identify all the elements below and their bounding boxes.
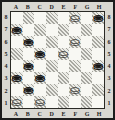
file-label-a: A — [10, 2, 22, 11]
square-e8[interactable] — [58, 12, 70, 24]
white-man[interactable]: ⛀ — [70, 12, 80, 24]
rank-label-2: 2 — [105, 85, 113, 97]
square-h8[interactable]: ⛂ — [92, 12, 104, 24]
file-label-e: E — [58, 109, 70, 118]
rank-label-7: 7 — [2, 23, 10, 35]
file-label-c: C — [34, 2, 46, 11]
black-man[interactable]: ⛂ — [35, 48, 45, 60]
rank-label-1: 1 — [2, 97, 10, 109]
white-man[interactable]: ⛀ — [70, 36, 80, 48]
square-g4[interactable] — [81, 60, 93, 72]
file-label-g: G — [81, 109, 93, 118]
square-a6[interactable] — [11, 36, 23, 48]
square-b6[interactable]: ⛂ — [23, 36, 35, 48]
rank-label-6: 6 — [105, 36, 113, 48]
square-f5[interactable] — [69, 48, 81, 60]
files-top: ABCDEFGH — [10, 2, 105, 11]
file-label-d: D — [46, 2, 58, 11]
square-a5[interactable] — [11, 48, 23, 60]
square-e5[interactable]: ⛀ — [58, 48, 70, 60]
square-f2[interactable]: ⛀ — [69, 84, 81, 96]
square-c5[interactable]: ⛂ — [34, 48, 46, 60]
square-g1[interactable] — [81, 96, 93, 108]
square-d2[interactable] — [46, 84, 58, 96]
black-man[interactable]: ⛂ — [35, 72, 45, 84]
square-a7[interactable]: ⛂ — [11, 24, 23, 36]
square-h2[interactable] — [92, 84, 104, 96]
square-f6[interactable]: ⛀ — [69, 36, 81, 48]
square-c3[interactable]: ⛂ — [34, 72, 46, 84]
rank-label-2: 2 — [2, 85, 10, 97]
white-man[interactable]: ⛀ — [12, 96, 22, 108]
square-g2[interactable] — [81, 84, 93, 96]
white-man[interactable]: ⛀ — [70, 84, 80, 96]
rank-label-5: 5 — [2, 48, 10, 60]
square-d5[interactable] — [46, 48, 58, 60]
square-h6[interactable] — [92, 36, 104, 48]
rank-label-5: 5 — [105, 48, 113, 60]
ranks-left: 87654321 — [2, 11, 10, 109]
square-g5[interactable] — [81, 48, 93, 60]
file-label-g: G — [81, 2, 93, 11]
file-label-f: F — [69, 109, 81, 118]
rank-label-1: 1 — [105, 97, 113, 109]
square-b1[interactable] — [23, 96, 35, 108]
rank-label-8: 8 — [105, 11, 113, 23]
file-label-d: D — [46, 109, 58, 118]
black-man[interactable]: ⛂ — [23, 36, 33, 48]
square-g3[interactable] — [81, 72, 93, 84]
square-e7[interactable] — [58, 24, 70, 36]
board: ⛀⛂⛂⛂⛀⛂⛀⛂⛂⛂⛂⛂⛀⛀⛀ — [10, 11, 105, 109]
rank-label-4: 4 — [105, 60, 113, 72]
files-bottom: ABCDEFGH — [10, 109, 105, 118]
file-label-b: B — [22, 109, 34, 118]
white-man[interactable]: ⛀ — [58, 48, 68, 60]
rank-label-6: 6 — [2, 36, 10, 48]
square-f8[interactable]: ⛀ — [69, 12, 81, 24]
square-h3[interactable] — [92, 72, 104, 84]
square-d3[interactable] — [46, 72, 58, 84]
rank-label-4: 4 — [2, 60, 10, 72]
black-man[interactable]: ⛂ — [23, 84, 33, 96]
square-b8[interactable] — [23, 12, 35, 24]
rank-label-3: 3 — [105, 72, 113, 84]
square-d8[interactable] — [46, 12, 58, 24]
corner-bottom-right — [105, 109, 113, 118]
square-a1[interactable]: ⛀ — [11, 96, 23, 108]
rank-label-7: 7 — [105, 23, 113, 35]
file-label-b: B — [22, 2, 34, 11]
square-g8[interactable] — [81, 12, 93, 24]
rank-label-3: 3 — [2, 72, 10, 84]
square-d4[interactable] — [46, 60, 58, 72]
square-d6[interactable] — [46, 36, 58, 48]
square-c8[interactable] — [34, 12, 46, 24]
corner-bottom-left — [2, 109, 10, 118]
square-h7[interactable] — [92, 24, 104, 36]
black-man[interactable]: ⛂ — [93, 12, 103, 24]
black-man[interactable]: ⛂ — [12, 72, 22, 84]
file-label-e: E — [58, 2, 70, 11]
square-f4[interactable] — [69, 60, 81, 72]
square-c1[interactable]: ⛀ — [34, 96, 46, 108]
square-c7[interactable] — [34, 24, 46, 36]
square-e1[interactable] — [58, 96, 70, 108]
square-h4[interactable]: ⛂ — [92, 60, 104, 72]
square-g7[interactable] — [81, 24, 93, 36]
checkers-diagram: ABCDEFGH 87654321 ⛀⛂⛂⛂⛀⛂⛀⛂⛂⛂⛂⛂⛀⛀⛀ 876543… — [0, 0, 115, 120]
square-d1[interactable] — [46, 96, 58, 108]
corner-top-right — [105, 2, 113, 11]
square-e4[interactable] — [58, 60, 70, 72]
square-f1[interactable] — [69, 96, 81, 108]
corner-top-left — [2, 2, 10, 11]
square-e3[interactable] — [58, 72, 70, 84]
white-man[interactable]: ⛀ — [35, 96, 45, 108]
square-h1[interactable] — [92, 96, 104, 108]
square-e2[interactable] — [58, 84, 70, 96]
black-man[interactable]: ⛂ — [12, 24, 22, 36]
square-b4[interactable]: ⛂ — [23, 60, 35, 72]
black-man[interactable]: ⛂ — [93, 60, 103, 72]
file-label-c: C — [34, 109, 46, 118]
square-a3[interactable]: ⛂ — [11, 72, 23, 84]
square-g6[interactable] — [81, 36, 93, 48]
file-label-a: A — [10, 109, 22, 118]
file-label-h: H — [93, 109, 105, 118]
square-b2[interactable]: ⛂ — [23, 84, 35, 96]
square-d7[interactable] — [46, 24, 58, 36]
rank-label-8: 8 — [2, 11, 10, 23]
black-man[interactable]: ⛂ — [23, 60, 33, 72]
ranks-right: 87654321 — [105, 11, 113, 109]
